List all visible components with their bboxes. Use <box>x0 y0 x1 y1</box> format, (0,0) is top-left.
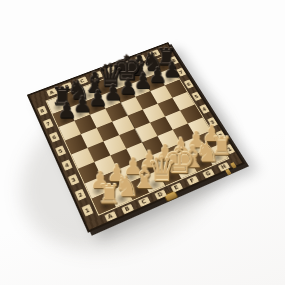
file-label-a-far: A <box>46 88 58 97</box>
rank-label-1-left: 1 <box>81 204 93 216</box>
rank-label-7-left: 7 <box>43 118 54 128</box>
rank-label-2-right: 2 <box>215 130 227 141</box>
rank-label-2-left: 2 <box>74 188 85 200</box>
rank-label-8-left: 8 <box>37 105 47 115</box>
brass-hinge <box>230 162 236 168</box>
file-label-d-far: D <box>91 71 102 80</box>
brass-hinge <box>225 169 231 175</box>
rank-label-6-left: 6 <box>49 131 60 142</box>
file-label-g-near: G <box>202 168 215 178</box>
file-label-g-far: G <box>135 55 146 63</box>
product-photo-scene: ♜♞♝♛♚♝♞♜♟♟♟♟♟♟♟♟♟♟♟♟♟♟♟♟♜♞♝♛♚♝♞♜ AABBCCD… <box>0 0 285 285</box>
file-label-c-far: C <box>76 76 88 85</box>
file-label-f-far: F <box>120 60 131 68</box>
file-label-f-near: F <box>186 175 199 186</box>
file-label-b-far: B <box>61 82 73 91</box>
file-label-e-far: E <box>106 65 117 73</box>
file-label-h-far: H <box>149 49 160 57</box>
rank-label-5-left: 5 <box>55 145 66 156</box>
rank-label-3-left: 3 <box>68 174 79 186</box>
square-e3 <box>142 136 165 156</box>
rank-label-4-left: 4 <box>61 159 72 170</box>
